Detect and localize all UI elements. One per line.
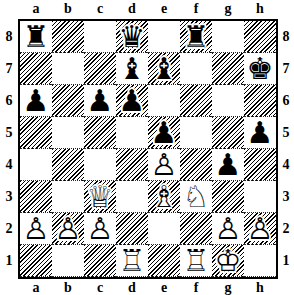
square-g8[interactable]	[212, 21, 244, 53]
white-pawn-icon: ♙	[20, 213, 52, 244]
square-b2[interactable]: ♟♙	[52, 213, 84, 245]
black-queen-icon: ♛	[116, 21, 148, 52]
square-a3[interactable]	[20, 181, 52, 213]
square-g1[interactable]: ♚♔	[212, 245, 244, 277]
white-pawn-icon: ♙	[244, 213, 276, 244]
square-h1[interactable]	[244, 245, 276, 277]
rank-label-1: 1	[0, 245, 18, 277]
piece-black-pawn: ♟♟	[148, 117, 180, 148]
square-g2[interactable]: ♟♙	[212, 213, 244, 245]
rank-label-6: 6	[0, 85, 18, 117]
black-pawn-icon: ♟	[20, 85, 52, 116]
square-g3[interactable]	[212, 181, 244, 213]
file-label-c: c	[84, 280, 116, 295]
piece-white-pawn: ♟♙	[20, 213, 52, 244]
black-pawn-icon: ♟	[148, 117, 180, 148]
rank-label-4: 4	[278, 149, 294, 181]
square-a1[interactable]	[20, 245, 52, 277]
square-h4[interactable]	[244, 149, 276, 181]
rank-label-7: 7	[278, 53, 294, 85]
square-e6[interactable]	[148, 85, 180, 117]
square-b3[interactable]	[52, 181, 84, 213]
black-pawn-icon: ♟	[244, 117, 276, 148]
square-e7[interactable]: ♝♝	[148, 53, 180, 85]
piece-black-rook: ♜♜	[180, 21, 212, 52]
white-rook-icon: ♖	[180, 245, 212, 276]
black-pawn-icon: ♟	[84, 85, 116, 116]
rank-labels-left: 87654321	[0, 21, 18, 277]
black-bishop-icon: ♝	[116, 53, 148, 84]
square-g6[interactable]	[212, 85, 244, 117]
piece-black-pawn: ♟♟	[84, 85, 116, 116]
piece-white-pawn: ♟♙	[84, 213, 116, 244]
rank-label-3: 3	[0, 181, 18, 213]
square-a6[interactable]: ♟♟	[20, 85, 52, 117]
piece-white-rook: ♜♖	[116, 245, 148, 276]
square-a4[interactable]	[20, 149, 52, 181]
file-label-h: h	[244, 280, 276, 295]
piece-white-pawn: ♟♙	[52, 213, 84, 244]
square-c4[interactable]	[84, 149, 116, 181]
black-rook-icon: ♜	[20, 21, 52, 52]
rank-labels-right: 87654321	[278, 21, 294, 277]
file-label-a: a	[20, 280, 52, 295]
piece-black-pawn: ♟♟	[212, 149, 244, 180]
square-d7[interactable]: ♝♝	[116, 53, 148, 85]
file-label-g: g	[212, 1, 244, 17]
rank-label-8: 8	[0, 21, 18, 53]
square-f7[interactable]	[180, 53, 212, 85]
square-e1[interactable]	[148, 245, 180, 277]
file-labels-top: abcdefgh	[20, 1, 276, 17]
square-b5[interactable]	[52, 117, 84, 149]
square-d1[interactable]: ♜♖	[116, 245, 148, 277]
square-c3[interactable]: ♛♕	[84, 181, 116, 213]
piece-white-bishop: ♝♗	[148, 181, 180, 212]
square-e5[interactable]: ♟♟	[148, 117, 180, 149]
white-pawn-icon: ♙	[212, 213, 244, 244]
piece-black-pawn: ♟♟	[244, 117, 276, 148]
white-queen-icon: ♕	[84, 181, 116, 212]
square-h2[interactable]: ♟♙	[244, 213, 276, 245]
white-rook-icon: ♖	[116, 245, 148, 276]
chess-board: ♜♜♛♛♜♜♝♝♝♝♚♚♟♟♟♟♟♟♟♟♟♟♟♙♟♟♛♕♝♗♞♘♟♙♟♙♟♙♟♙…	[18, 19, 278, 279]
file-label-a: a	[20, 1, 52, 17]
square-d8[interactable]: ♛♛	[116, 21, 148, 53]
square-f1[interactable]: ♜♖	[180, 245, 212, 277]
square-c2[interactable]: ♟♙	[84, 213, 116, 245]
square-a5[interactable]	[20, 117, 52, 149]
square-b4[interactable]	[52, 149, 84, 181]
square-d6[interactable]: ♟♟	[116, 85, 148, 117]
piece-white-pawn: ♟♙	[212, 213, 244, 244]
square-h5[interactable]: ♟♟	[244, 117, 276, 149]
rank-label-7: 7	[0, 53, 18, 85]
square-e3[interactable]: ♝♗	[148, 181, 180, 213]
file-label-d: d	[116, 280, 148, 295]
black-pawn-icon: ♟	[116, 85, 148, 116]
rank-label-5: 5	[278, 117, 294, 149]
piece-black-pawn: ♟♟	[116, 85, 148, 116]
black-king-icon: ♚	[244, 53, 276, 84]
file-labels-bottom: abcdefgh	[20, 280, 276, 295]
black-pawn-icon: ♟	[212, 149, 244, 180]
piece-white-king: ♚♔	[212, 245, 244, 276]
square-b6[interactable]	[52, 85, 84, 117]
square-a7[interactable]	[20, 53, 52, 85]
square-e8[interactable]	[148, 21, 180, 53]
square-f5[interactable]	[180, 117, 212, 149]
file-label-f: f	[180, 1, 212, 17]
square-g7[interactable]	[212, 53, 244, 85]
rank-label-4: 4	[0, 149, 18, 181]
square-e2[interactable]	[148, 213, 180, 245]
rank-label-2: 2	[0, 213, 18, 245]
square-c6[interactable]: ♟♟	[84, 85, 116, 117]
white-knight-icon: ♘	[180, 181, 212, 212]
square-f6[interactable]	[180, 85, 212, 117]
square-b7[interactable]	[52, 53, 84, 85]
white-bishop-icon: ♗	[148, 181, 180, 212]
square-e4[interactable]: ♟♙	[148, 149, 180, 181]
square-b1[interactable]	[52, 245, 84, 277]
piece-white-knight: ♞♘	[180, 181, 212, 212]
square-h8[interactable]	[244, 21, 276, 53]
rank-label-5: 5	[0, 117, 18, 149]
square-d4[interactable]	[116, 149, 148, 181]
piece-black-bishop: ♝♝	[148, 53, 180, 84]
piece-black-rook: ♜♜	[20, 21, 52, 52]
piece-black-bishop: ♝♝	[116, 53, 148, 84]
white-pawn-icon: ♙	[148, 149, 180, 180]
file-label-c: c	[84, 1, 116, 17]
square-d2[interactable]	[116, 213, 148, 245]
chess-diagram: abcdefgh 87654321 ♜♜♛♛♜♜♝♝♝♝♚♚♟♟♟♟♟♟♟♟♟♟…	[0, 0, 294, 295]
file-label-g: g	[212, 280, 244, 295]
square-h3[interactable]	[244, 181, 276, 213]
piece-white-rook: ♜♖	[180, 245, 212, 276]
piece-white-pawn: ♟♙	[244, 213, 276, 244]
file-label-d: d	[116, 1, 148, 17]
square-c1[interactable]	[84, 245, 116, 277]
square-h7[interactable]: ♚♚	[244, 53, 276, 85]
black-bishop-icon: ♝	[148, 53, 180, 84]
file-label-f: f	[180, 280, 212, 295]
white-pawn-icon: ♙	[84, 213, 116, 244]
file-label-b: b	[52, 280, 84, 295]
file-label-h: h	[244, 1, 276, 17]
square-g5[interactable]	[212, 117, 244, 149]
rank-label-8: 8	[278, 21, 294, 53]
square-c7[interactable]	[84, 53, 116, 85]
square-f8[interactable]: ♜♜	[180, 21, 212, 53]
square-d3[interactable]	[116, 181, 148, 213]
piece-white-pawn: ♟♙	[148, 149, 180, 180]
square-f4[interactable]	[180, 149, 212, 181]
white-king-icon: ♔	[212, 245, 244, 276]
square-b8[interactable]	[52, 21, 84, 53]
rank-label-2: 2	[278, 213, 294, 245]
piece-white-queen: ♛♕	[84, 181, 116, 212]
square-a8[interactable]: ♜♜	[20, 21, 52, 53]
rank-label-6: 6	[278, 85, 294, 117]
white-pawn-icon: ♙	[52, 213, 84, 244]
piece-black-king: ♚♚	[244, 53, 276, 84]
rank-label-1: 1	[278, 245, 294, 277]
square-f2[interactable]	[180, 213, 212, 245]
piece-black-queen: ♛♛	[116, 21, 148, 52]
square-h6[interactable]	[244, 85, 276, 117]
square-c5[interactable]	[84, 117, 116, 149]
file-label-b: b	[52, 1, 84, 17]
file-label-e: e	[148, 280, 180, 295]
square-d5[interactable]	[116, 117, 148, 149]
square-c8[interactable]	[84, 21, 116, 53]
piece-black-pawn: ♟♟	[20, 85, 52, 116]
black-rook-icon: ♜	[180, 21, 212, 52]
square-g4[interactable]: ♟♟	[212, 149, 244, 181]
rank-label-3: 3	[278, 181, 294, 213]
square-f3[interactable]: ♞♘	[180, 181, 212, 213]
file-label-e: e	[148, 1, 180, 17]
square-a2[interactable]: ♟♙	[20, 213, 52, 245]
